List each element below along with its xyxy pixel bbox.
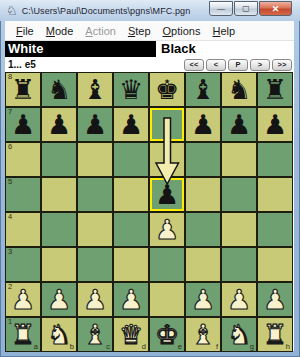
menu-item-step[interactable]: Step <box>122 23 157 39</box>
square-f8[interactable]: ♝ <box>186 73 220 106</box>
square-c3[interactable] <box>78 248 112 281</box>
square-a5[interactable]: 5 <box>6 178 40 211</box>
square-e1[interactable]: ♚e <box>150 318 184 351</box>
menu-item-file[interactable]: File <box>10 23 40 39</box>
black-rook: ♜ <box>263 74 287 106</box>
square-c8[interactable]: ♝ <box>78 73 112 106</box>
file-label-a: a <box>34 343 38 351</box>
square-a3[interactable]: 3 <box>6 248 40 281</box>
square-d3[interactable] <box>114 248 148 281</box>
white-knight: ♞ <box>227 319 251 351</box>
white-pawn: ♟ <box>47 284 71 316</box>
menubar: FileModeActionStepOptionsHelp <box>5 21 294 41</box>
black-knight: ♞ <box>227 74 251 106</box>
white-pawn: ♟ <box>191 284 215 316</box>
square-d4[interactable] <box>114 213 148 246</box>
black-pawn: ♟ <box>227 109 251 141</box>
file-label-h: h <box>286 343 290 351</box>
white-knight: ♞ <box>47 319 71 351</box>
app-window: ♘ C:\Users\Paul\Documents\pgns\MFC.pgn —… <box>0 0 300 357</box>
square-c5[interactable] <box>78 178 112 211</box>
nav-buttons: <<<P>>> <box>184 59 292 71</box>
black-pawn: ♟ <box>155 179 179 211</box>
square-d1[interactable]: ♛d <box>114 318 148 351</box>
file-label-d: d <box>142 343 146 351</box>
square-h3[interactable] <box>258 248 292 281</box>
square-f1[interactable]: ♝f <box>186 318 220 351</box>
square-c7[interactable]: ♟ <box>78 108 112 141</box>
rank-label-6: 6 <box>8 143 12 151</box>
square-a2[interactable]: ♟2 <box>6 283 40 316</box>
white-pawn: ♟ <box>263 284 287 316</box>
square-f3[interactable] <box>186 248 220 281</box>
file-label-b: b <box>70 343 74 351</box>
square-e8[interactable]: ♚ <box>150 73 184 106</box>
white-pawn: ♟ <box>155 214 179 246</box>
square-d8[interactable]: ♛ <box>114 73 148 106</box>
file-label-g: g <box>250 343 254 351</box>
maximize-button[interactable]: ▢ <box>234 1 258 16</box>
rank-label-1: 1 <box>8 318 12 326</box>
black-pawn: ♟ <box>263 109 287 141</box>
square-c2[interactable]: ♟ <box>78 283 112 316</box>
square-d7[interactable]: ♟ <box>114 108 148 141</box>
turn-indicator-white[interactable]: White <box>5 41 156 57</box>
black-pawn: ♟ <box>11 109 35 141</box>
autoplay-button[interactable]: P <box>228 59 248 71</box>
white-pawn: ♟ <box>119 284 143 316</box>
window-controls: — ▢ ✕ <box>209 1 292 16</box>
rank-label-3: 3 <box>8 248 12 256</box>
minimize-button[interactable]: — <box>209 1 233 16</box>
white-pawn: ♟ <box>11 284 35 316</box>
square-h6[interactable] <box>258 143 292 176</box>
board-wrap: ♜8♞♝♛♚♝♞♜♟7♟♟♟♟♟♟65♟4♟3♟2♟♟♟♟♟♟♜1a♞b♝c♛d… <box>5 72 293 352</box>
white-pawn: ♟ <box>83 284 107 316</box>
square-g7[interactable]: ♟ <box>222 108 256 141</box>
square-b8[interactable]: ♞ <box>42 73 76 106</box>
menu-item-mode[interactable]: Mode <box>40 23 80 39</box>
square-f4[interactable] <box>186 213 220 246</box>
file-label-f: f <box>216 343 218 351</box>
menu-item-action: Action <box>79 23 122 39</box>
square-b5[interactable] <box>42 178 76 211</box>
window-title: C:\Users\Paul\Documents\pgns\MFC.pgn <box>22 6 209 16</box>
square-b1[interactable]: ♞b <box>42 318 76 351</box>
rank-label-4: 4 <box>8 213 12 221</box>
square-f7[interactable]: ♟ <box>186 108 220 141</box>
square-c1[interactable]: ♝c <box>78 318 112 351</box>
square-e6[interactable] <box>150 143 184 176</box>
next-move-button[interactable]: > <box>250 59 270 71</box>
square-d2[interactable]: ♟ <box>114 283 148 316</box>
square-e3[interactable] <box>150 248 184 281</box>
last-move-button[interactable]: >> <box>272 59 292 71</box>
square-c4[interactable] <box>78 213 112 246</box>
square-g1[interactable]: ♞g <box>222 318 256 351</box>
square-b4[interactable] <box>42 213 76 246</box>
prev-move-button[interactable]: < <box>206 59 226 71</box>
rank-label-5: 5 <box>8 178 12 186</box>
white-pawn: ♟ <box>227 284 251 316</box>
square-a1[interactable]: ♜1a <box>6 318 40 351</box>
move-label: 1... e5 <box>5 59 184 70</box>
knight-app-icon: ♘ <box>6 4 18 17</box>
black-pawn: ♟ <box>191 109 215 141</box>
rank-label-8: 8 <box>8 73 12 81</box>
black-rook: ♜ <box>11 74 35 106</box>
white-king: ♚ <box>155 319 179 351</box>
white-bishop: ♝ <box>83 319 107 351</box>
square-a6[interactable]: 6 <box>6 143 40 176</box>
square-h7[interactable]: ♟ <box>258 108 292 141</box>
move-bar: 1... e5 <<<P>>> <box>5 57 294 72</box>
square-h1[interactable]: ♜h <box>258 318 292 351</box>
square-a8[interactable]: ♜8 <box>6 73 40 106</box>
square-h5[interactable] <box>258 178 292 211</box>
square-g8[interactable]: ♞ <box>222 73 256 106</box>
chess-board: ♜8♞♝♛♚♝♞♜♟7♟♟♟♟♟♟65♟4♟3♟2♟♟♟♟♟♟♜1a♞b♝c♛d… <box>5 72 293 352</box>
square-g6[interactable] <box>222 143 256 176</box>
turn-indicator-black[interactable]: Black <box>156 41 196 57</box>
menu-item-options[interactable]: Options <box>157 23 207 39</box>
titlebar[interactable]: ♘ C:\Users\Paul\Documents\pgns\MFC.pgn —… <box>0 0 300 21</box>
square-g2[interactable]: ♟ <box>222 283 256 316</box>
square-f5[interactable] <box>186 178 220 211</box>
square-b7[interactable]: ♟ <box>42 108 76 141</box>
rank-label-7: 7 <box>8 108 12 116</box>
turn-bar: White Black <box>5 41 294 57</box>
square-f2[interactable]: ♟ <box>186 283 220 316</box>
client-area: FileModeActionStepOptionsHelp White Blac… <box>5 21 294 351</box>
black-bishop: ♝ <box>191 74 215 106</box>
square-g3[interactable] <box>222 248 256 281</box>
square-b6[interactable] <box>42 143 76 176</box>
black-pawn: ♟ <box>119 109 143 141</box>
file-label-e: e <box>178 343 182 351</box>
black-bishop: ♝ <box>83 74 107 106</box>
square-e7[interactable] <box>150 108 184 141</box>
black-pawn: ♟ <box>83 109 107 141</box>
square-a4[interactable]: 4 <box>6 213 40 246</box>
square-e5[interactable]: ♟ <box>150 178 184 211</box>
white-rook: ♜ <box>11 319 35 351</box>
square-h8[interactable]: ♜ <box>258 73 292 106</box>
square-b2[interactable]: ♟ <box>42 283 76 316</box>
square-b3[interactable] <box>42 248 76 281</box>
white-rook: ♜ <box>263 319 287 351</box>
white-bishop: ♝ <box>191 319 215 351</box>
first-move-button[interactable]: << <box>184 59 204 71</box>
square-h2[interactable]: ♟ <box>258 283 292 316</box>
square-f6[interactable] <box>186 143 220 176</box>
black-pawn: ♟ <box>47 109 71 141</box>
square-g4[interactable] <box>222 213 256 246</box>
black-king: ♚ <box>155 74 179 106</box>
square-h4[interactable] <box>258 213 292 246</box>
square-d5[interactable] <box>114 178 148 211</box>
rank-label-2: 2 <box>8 283 12 291</box>
square-d6[interactable] <box>114 143 148 176</box>
square-g5[interactable] <box>222 178 256 211</box>
menu-item-help[interactable]: Help <box>206 23 241 39</box>
close-button[interactable]: ✕ <box>259 1 292 16</box>
black-queen: ♛ <box>119 74 143 106</box>
black-knight: ♞ <box>47 74 71 106</box>
square-c6[interactable] <box>78 143 112 176</box>
square-a7[interactable]: ♟7 <box>6 108 40 141</box>
white-queen: ♛ <box>119 319 143 351</box>
file-label-c: c <box>106 343 110 351</box>
square-e2[interactable] <box>150 283 184 316</box>
square-e4[interactable]: ♟ <box>150 213 184 246</box>
